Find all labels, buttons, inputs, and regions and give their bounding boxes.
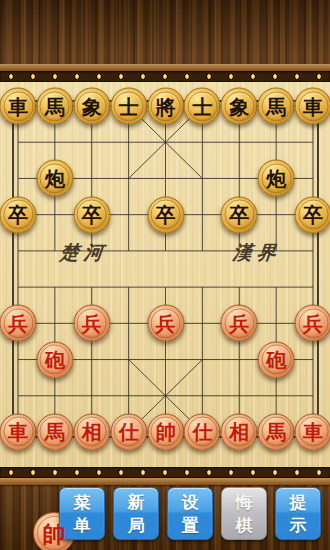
pieces-layer: 車馬象士將士象馬車炮炮卒卒卒卒卒兵兵兵兵兵砲砲車馬相仕帥仕相馬車 [0, 82, 330, 467]
piece-red-advisor[interactable]: 仕 [110, 413, 147, 450]
hint-button-label: 提示 [289, 491, 307, 535]
piece-character: 仕 [119, 422, 139, 442]
piece-red-cannon[interactable]: 砲 [36, 341, 73, 378]
piece-black-elephant[interactable]: 象 [221, 88, 258, 125]
piece-character: 炮 [45, 168, 65, 188]
piece-character: 卒 [156, 205, 176, 225]
menu-button-label: 菜单 [73, 491, 91, 535]
piece-black-cannon[interactable]: 炮 [258, 160, 295, 197]
turn-indicator-character: 帥 [43, 522, 66, 545]
piece-character: 兵 [8, 313, 28, 333]
xiangqi-board[interactable]: 楚河 漢界 車馬象士將士象馬車炮炮卒卒卒卒卒兵兵兵兵兵砲砲車馬相仕帥仕相馬車 [0, 82, 330, 467]
piece-red-soldier[interactable]: 兵 [0, 305, 37, 342]
piece-character: 象 [82, 96, 102, 116]
new-game-button-label: 新局 [127, 491, 145, 535]
piece-character: 兵 [229, 313, 249, 333]
piece-red-general[interactable]: 帥 [147, 413, 184, 450]
xiangqi-app-screen: 楚河 漢界 車馬象士將士象馬車炮炮卒卒卒卒卒兵兵兵兵兵砲砲車馬相仕帥仕相馬車 帥… [0, 0, 330, 550]
piece-character: 兵 [303, 313, 323, 333]
piece-black-elephant[interactable]: 象 [73, 88, 110, 125]
piece-red-soldier[interactable]: 兵 [295, 305, 330, 342]
piece-character: 卒 [8, 205, 28, 225]
settings-button[interactable]: 设置 [167, 487, 213, 540]
piece-red-cannon[interactable]: 砲 [258, 341, 295, 378]
piece-character: 炮 [266, 168, 286, 188]
piece-black-soldier[interactable]: 卒 [0, 196, 37, 233]
piece-character: 相 [82, 422, 102, 442]
piece-red-soldier[interactable]: 兵 [73, 305, 110, 342]
piece-red-soldier[interactable]: 兵 [147, 305, 184, 342]
piece-red-horse[interactable]: 馬 [258, 413, 295, 450]
piece-character: 車 [8, 422, 28, 442]
piece-character: 馬 [266, 96, 286, 116]
piece-red-horse[interactable]: 馬 [36, 413, 73, 450]
piece-black-horse[interactable]: 馬 [258, 88, 295, 125]
piece-character: 兵 [156, 313, 176, 333]
toolbar: 菜单 新局 设置 悔棋 提示 [59, 487, 321, 540]
studded-rail-top [0, 71, 330, 82]
piece-character: 馬 [266, 422, 286, 442]
piece-character: 馬 [45, 96, 65, 116]
hint-button[interactable]: 提示 [275, 487, 321, 540]
piece-character: 士 [119, 96, 139, 116]
piece-character: 相 [229, 422, 249, 442]
piece-black-rook[interactable]: 車 [295, 88, 330, 125]
piece-red-rook[interactable]: 車 [295, 413, 330, 450]
piece-character: 車 [8, 96, 28, 116]
piece-character: 仕 [192, 422, 212, 442]
piece-black-soldier[interactable]: 卒 [73, 196, 110, 233]
piece-black-general[interactable]: 將 [147, 88, 184, 125]
piece-red-elephant[interactable]: 相 [73, 413, 110, 450]
piece-black-soldier[interactable]: 卒 [147, 196, 184, 233]
piece-character: 車 [303, 422, 323, 442]
piece-black-advisor[interactable]: 士 [110, 88, 147, 125]
menu-button[interactable]: 菜单 [59, 487, 105, 540]
piece-black-advisor[interactable]: 士 [184, 88, 221, 125]
piece-character: 象 [229, 96, 249, 116]
undo-button-label: 悔棋 [235, 491, 253, 535]
piece-black-cannon[interactable]: 炮 [36, 160, 73, 197]
piece-character: 士 [192, 96, 212, 116]
piece-red-elephant[interactable]: 相 [221, 413, 258, 450]
piece-character: 砲 [266, 350, 286, 370]
new-game-button[interactable]: 新局 [113, 487, 159, 540]
undo-button[interactable]: 悔棋 [221, 487, 267, 540]
piece-character: 馬 [45, 422, 65, 442]
piece-red-rook[interactable]: 車 [0, 413, 37, 450]
piece-black-soldier[interactable]: 卒 [295, 196, 330, 233]
piece-character: 車 [303, 96, 323, 116]
piece-character: 帥 [156, 422, 176, 442]
frame-bevel-bottom [0, 478, 330, 485]
studded-rail-bottom [0, 467, 330, 478]
piece-black-horse[interactable]: 馬 [36, 88, 73, 125]
piece-black-rook[interactable]: 車 [0, 88, 37, 125]
piece-character: 卒 [229, 205, 249, 225]
piece-character: 將 [156, 96, 176, 116]
piece-black-soldier[interactable]: 卒 [221, 196, 258, 233]
piece-character: 卒 [303, 205, 323, 225]
frame-bevel-top [0, 64, 330, 71]
piece-red-soldier[interactable]: 兵 [221, 305, 258, 342]
piece-character: 兵 [82, 313, 102, 333]
piece-character: 卒 [82, 205, 102, 225]
piece-character: 砲 [45, 350, 65, 370]
settings-button-label: 设置 [181, 491, 199, 535]
piece-red-advisor[interactable]: 仕 [184, 413, 221, 450]
